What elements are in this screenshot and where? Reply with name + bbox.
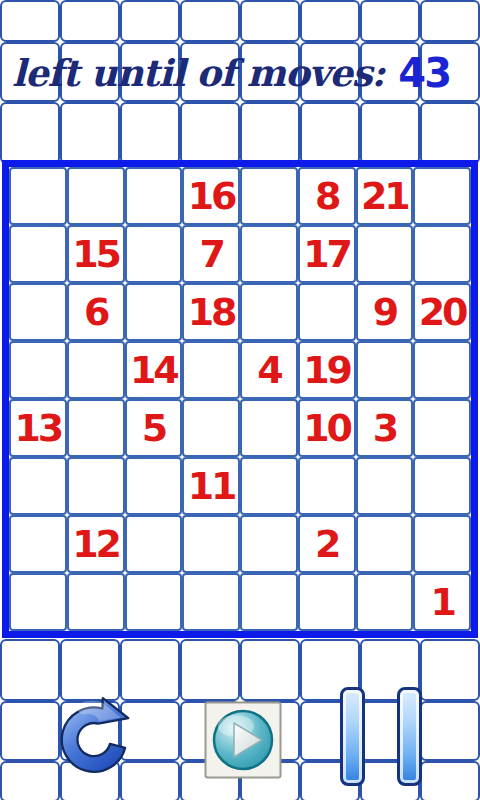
background-grid-cell	[420, 102, 480, 164]
board-cell-empty[interactable]	[67, 341, 125, 399]
board-cell-empty[interactable]	[125, 515, 183, 573]
board-cell-empty[interactable]	[240, 225, 298, 283]
cell-number: 2	[315, 525, 338, 563]
background-grid-cell	[120, 0, 180, 42]
board-cell-filled[interactable]: 3	[356, 399, 414, 457]
board-cell-empty[interactable]	[182, 573, 240, 631]
board-cell-empty[interactable]	[298, 457, 356, 515]
board-cell-empty[interactable]	[125, 283, 183, 341]
board-cell-empty[interactable]	[240, 399, 298, 457]
cell-number: 19	[303, 351, 350, 389]
board-cell-empty[interactable]	[240, 283, 298, 341]
board-cell-empty[interactable]	[67, 167, 125, 225]
background-grid-cell	[360, 0, 420, 42]
background-grid-cell	[0, 0, 60, 42]
board-cell-empty[interactable]	[413, 399, 471, 457]
moves-label: left until of moves:	[12, 51, 384, 95]
background-grid-cell	[60, 0, 120, 42]
board-cell-filled[interactable]: 14	[125, 341, 183, 399]
board-cell-filled[interactable]: 13	[9, 399, 67, 457]
board-cell-empty[interactable]	[298, 573, 356, 631]
background-grid-cell	[180, 102, 240, 164]
board-cell-filled[interactable]: 19	[298, 341, 356, 399]
cell-number: 4	[257, 351, 280, 389]
background-grid-cell	[180, 639, 240, 701]
background-grid-cell	[300, 0, 360, 42]
board-cell-filled[interactable]: 20	[413, 283, 471, 341]
background-grid-cell	[420, 0, 480, 42]
board-cell-empty[interactable]	[413, 341, 471, 399]
status-bar: left until of moves: 43	[0, 44, 480, 102]
cell-number: 5	[142, 409, 165, 447]
board-cell-filled[interactable]: 7	[182, 225, 240, 283]
cell-number: 6	[84, 293, 107, 331]
background-grid-cell	[360, 102, 420, 164]
pause-icon	[397, 687, 422, 786]
board-cell-empty[interactable]	[9, 225, 67, 283]
board-cell-empty[interactable]	[413, 515, 471, 573]
board-cell-empty[interactable]	[298, 283, 356, 341]
board-cell-empty[interactable]	[240, 167, 298, 225]
background-grid-cell	[300, 102, 360, 164]
board-cell-empty[interactable]	[125, 457, 183, 515]
board-cell-filled[interactable]: 6	[67, 283, 125, 341]
board-cell-empty[interactable]	[182, 399, 240, 457]
board-cell-filled[interactable]: 2	[298, 515, 356, 573]
board-cell-filled[interactable]: 17	[298, 225, 356, 283]
board-cell-filled[interactable]: 15	[67, 225, 125, 283]
background-grid-cell	[240, 0, 300, 42]
cell-number: 17	[303, 235, 350, 273]
cell-number: 9	[373, 293, 396, 331]
board-cell-filled[interactable]: 16	[182, 167, 240, 225]
background-grid-cell	[120, 102, 180, 164]
board-cell-empty[interactable]	[413, 225, 471, 283]
board-cell-empty[interactable]	[356, 457, 414, 515]
board-cell-filled[interactable]: 18	[182, 283, 240, 341]
background-grid-cell	[60, 102, 120, 164]
board-cell-empty[interactable]	[356, 515, 414, 573]
app-screen: left until of moves: 43 1682115717618920…	[0, 0, 480, 800]
board-cell-empty[interactable]	[413, 457, 471, 515]
restart-circular-arrow-icon	[48, 682, 140, 788]
background-grid-cell	[180, 0, 240, 42]
board-cell-empty[interactable]	[125, 167, 183, 225]
board-cell-empty[interactable]	[240, 573, 298, 631]
background-grid-cell	[240, 102, 300, 164]
play-icon	[204, 701, 282, 779]
board-grid: 168211571761892014419135103111221	[9, 167, 471, 631]
cell-number: 20	[419, 293, 466, 331]
board-cell-empty[interactable]	[9, 573, 67, 631]
board-cell-empty[interactable]	[240, 515, 298, 573]
pause-icon	[340, 687, 365, 786]
restart-button[interactable]	[48, 682, 140, 788]
board-cell-empty[interactable]	[9, 515, 67, 573]
board-cell-filled[interactable]: 8	[298, 167, 356, 225]
moves-count: 43	[398, 50, 450, 96]
cell-number: 7	[199, 235, 222, 273]
cell-number: 10	[303, 409, 350, 447]
board-cell-filled[interactable]: 11	[182, 457, 240, 515]
board-cell-empty[interactable]	[356, 341, 414, 399]
board-cell-empty[interactable]	[9, 167, 67, 225]
board-cell-filled[interactable]: 10	[298, 399, 356, 457]
board-cell-filled[interactable]: 12	[67, 515, 125, 573]
board-cell-empty[interactable]	[413, 167, 471, 225]
cell-number: 14	[130, 351, 177, 389]
board-cell-empty[interactable]	[125, 573, 183, 631]
board-cell-empty[interactable]	[9, 283, 67, 341]
board-cell-empty[interactable]	[182, 341, 240, 399]
board-cell-filled[interactable]: 1	[413, 573, 471, 631]
board-cell-empty[interactable]	[182, 515, 240, 573]
pause-button[interactable]	[340, 687, 432, 786]
cell-number: 18	[188, 293, 235, 331]
background-grid-cell	[240, 639, 300, 701]
board-cell-empty[interactable]	[67, 573, 125, 631]
cell-number: 8	[315, 177, 338, 215]
board-cell-empty[interactable]	[125, 225, 183, 283]
cell-number: 12	[72, 525, 119, 563]
cell-number: 21	[361, 177, 408, 215]
board-cell-empty[interactable]	[67, 457, 125, 515]
play-button[interactable]	[204, 701, 282, 779]
cell-number: 11	[188, 467, 235, 505]
board-cell-empty[interactable]	[9, 341, 67, 399]
board-cell-filled[interactable]: 4	[240, 341, 298, 399]
cell-number: 13	[14, 409, 61, 447]
board-cell-empty[interactable]	[240, 457, 298, 515]
board-cell-empty[interactable]	[356, 573, 414, 631]
cell-number: 3	[373, 409, 396, 447]
cell-number: 1	[430, 583, 453, 621]
board-cell-filled[interactable]: 21	[356, 167, 414, 225]
cell-number: 16	[188, 177, 235, 215]
board-cell-filled[interactable]: 9	[356, 283, 414, 341]
board-cell-empty[interactable]	[356, 225, 414, 283]
board-cell-empty[interactable]	[9, 457, 67, 515]
cell-number: 15	[72, 235, 119, 273]
background-grid-cell	[0, 102, 60, 164]
puzzle-board: 168211571761892014419135103111221	[2, 160, 478, 638]
board-cell-filled[interactable]: 5	[125, 399, 183, 457]
board-cell-empty[interactable]	[67, 399, 125, 457]
